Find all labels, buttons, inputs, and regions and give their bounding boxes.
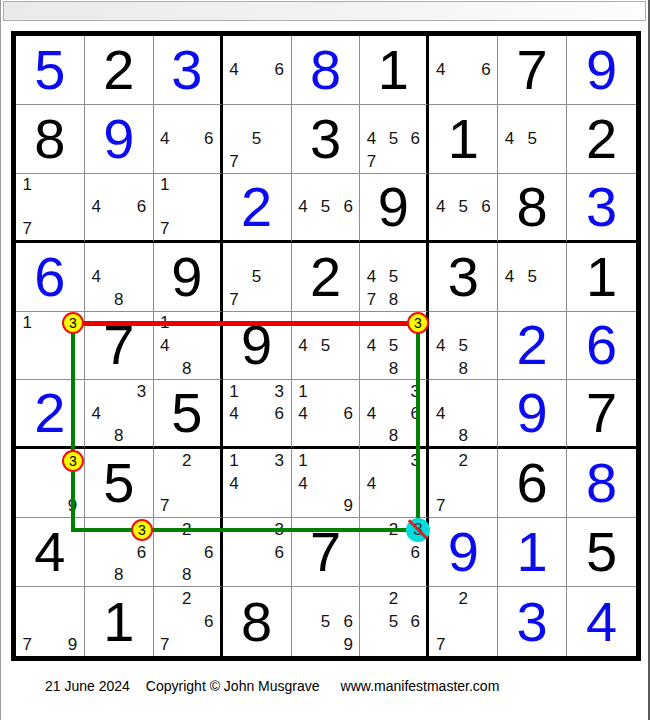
cell-r4c4[interactable]: 57 bbox=[223, 243, 292, 312]
candidate-4: 4 bbox=[429, 196, 452, 218]
candidate-8: 8 bbox=[108, 288, 131, 311]
candidate-6: 6 bbox=[404, 541, 426, 564]
candidate-6: 6 bbox=[268, 402, 291, 424]
cell-r3c6[interactable]: 9 bbox=[360, 174, 429, 243]
solved-digit: 6 bbox=[16, 243, 84, 311]
candidate-4: 4 bbox=[360, 472, 382, 495]
solved-digit: 8 bbox=[292, 36, 360, 104]
candidate-7: 7 bbox=[154, 633, 176, 656]
candidate-2: 2 bbox=[176, 518, 198, 541]
solved-digit: 9 bbox=[498, 380, 566, 446]
cell-r9c6[interactable]: 256 bbox=[360, 587, 429, 656]
cell-r6c7[interactable]: 48 bbox=[429, 380, 498, 449]
candidate-1: 1 bbox=[223, 449, 246, 472]
candidate-8: 8 bbox=[382, 357, 404, 380]
candidate-7: 7 bbox=[16, 633, 39, 656]
candidate-8: 8 bbox=[176, 357, 198, 380]
candidate-1: 1 bbox=[292, 380, 315, 402]
candidate-6: 6 bbox=[337, 402, 360, 424]
footer-date: 21 June 2024 bbox=[45, 678, 130, 694]
solved-digit: 9 bbox=[567, 36, 636, 104]
candidate-8: 8 bbox=[382, 288, 404, 311]
given-digit: 3 bbox=[292, 105, 360, 173]
cell-r4c1[interactable]: 6 bbox=[16, 243, 85, 312]
given-digit: 2 bbox=[292, 243, 360, 311]
cell-r4c3[interactable]: 9 bbox=[154, 243, 223, 312]
candidate-8: 8 bbox=[108, 563, 131, 586]
cell-r9c9[interactable]: 4 bbox=[567, 587, 636, 656]
candidate-6: 6 bbox=[404, 610, 426, 633]
candidate-7: 7 bbox=[223, 288, 246, 311]
cell-r6c6[interactable]: 3468 bbox=[360, 380, 429, 449]
candidate-4: 4 bbox=[360, 402, 382, 424]
candidate-6: 6 bbox=[404, 402, 426, 424]
given-digit: 7 bbox=[292, 518, 360, 586]
candidate-9: 9 bbox=[61, 495, 84, 518]
candidate-4: 4 bbox=[292, 402, 315, 424]
cell-r2c8[interactable]: 45 bbox=[498, 105, 567, 174]
cell-r1c9[interactable]: 9 bbox=[567, 36, 636, 105]
candidate-3: 3 bbox=[404, 380, 426, 402]
candidate-8: 8 bbox=[452, 424, 475, 446]
cell-r8c5[interactable]: 7 bbox=[292, 518, 361, 587]
cell-r8c3[interactable]: 268 bbox=[154, 518, 223, 587]
candidate-5: 5 bbox=[521, 128, 544, 151]
candidate-6: 6 bbox=[337, 196, 360, 218]
given-digit: 1 bbox=[85, 587, 153, 656]
given-digit: 5 bbox=[567, 518, 636, 586]
footer: 21 June 2024Copyright © John Musgravewww… bbox=[45, 678, 499, 694]
cell-r3c7[interactable]: 456 bbox=[429, 174, 498, 243]
candidate-9: 9 bbox=[61, 633, 84, 656]
window-top-bar bbox=[3, 1, 646, 21]
cell-r7c1[interactable]: 39 bbox=[16, 449, 85, 518]
cell-r5c8[interactable]: 2 bbox=[498, 312, 567, 381]
cell-r6c8[interactable]: 9 bbox=[498, 380, 567, 449]
solved-digit: 9 bbox=[429, 518, 497, 586]
candidate-2: 2 bbox=[382, 587, 404, 610]
cell-r3c1[interactable]: 17 bbox=[16, 174, 85, 243]
candidate-1: 1 bbox=[154, 174, 176, 196]
candidate-5: 5 bbox=[452, 196, 475, 218]
candidate-4: 4 bbox=[154, 334, 176, 357]
cell-r4c6[interactable]: 4578 bbox=[360, 243, 429, 312]
candidate-3: 3 bbox=[268, 380, 291, 402]
cell-r4c5[interactable]: 2 bbox=[292, 243, 361, 312]
candidate-5: 5 bbox=[382, 128, 404, 151]
given-digit: 9 bbox=[223, 312, 291, 380]
cell-r8c8[interactable]: 1 bbox=[498, 518, 567, 587]
cell-r2c9[interactable]: 2 bbox=[567, 105, 636, 174]
candidate-1: 1 bbox=[292, 449, 315, 472]
candidate-5: 5 bbox=[382, 334, 404, 357]
candidate-2: 2 bbox=[452, 587, 475, 610]
given-digit: 6 bbox=[498, 449, 566, 517]
cell-r8c2[interactable]: 368 bbox=[85, 518, 154, 587]
candidate-3: 3 bbox=[404, 518, 426, 541]
solved-digit: 2 bbox=[223, 174, 291, 240]
cell-r5c1[interactable]: 13 bbox=[16, 312, 85, 381]
cell-r3c9[interactable]: 3 bbox=[567, 174, 636, 243]
given-digit: 7 bbox=[567, 380, 636, 446]
cell-r2c5[interactable]: 3 bbox=[292, 105, 361, 174]
sudoku-app-window: 5234681467989465734567145217461724569456… bbox=[0, 0, 650, 720]
cell-r7c3[interactable]: 27 bbox=[154, 449, 223, 518]
candidate-3: 3 bbox=[130, 380, 153, 402]
cell-r3c2[interactable]: 46 bbox=[85, 174, 154, 243]
solved-digit: 4 bbox=[567, 587, 636, 656]
candidate-7: 7 bbox=[360, 150, 382, 173]
cell-r5c4[interactable]: 9 bbox=[223, 312, 292, 381]
candidate-7: 7 bbox=[360, 288, 382, 311]
given-digit: 2 bbox=[85, 36, 153, 104]
candidate-7: 7 bbox=[154, 218, 176, 240]
candidate-1: 1 bbox=[16, 174, 39, 196]
candidate-9: 9 bbox=[337, 495, 360, 518]
footer-copyright: Copyright © John Musgrave bbox=[146, 678, 320, 694]
candidate-6: 6 bbox=[475, 196, 498, 218]
solved-digit: 3 bbox=[498, 587, 566, 656]
candidate-4: 4 bbox=[292, 334, 315, 357]
cell-r2c3[interactable]: 46 bbox=[154, 105, 223, 174]
given-digit: 8 bbox=[223, 587, 291, 656]
cell-r4c2[interactable]: 48 bbox=[85, 243, 154, 312]
cell-r3c8[interactable]: 8 bbox=[498, 174, 567, 243]
cell-r2c7[interactable]: 1 bbox=[429, 105, 498, 174]
candidate-5: 5 bbox=[245, 265, 268, 288]
candidate-2: 2 bbox=[176, 587, 198, 610]
given-digit: 7 bbox=[498, 36, 566, 104]
candidate-3: 3 bbox=[404, 312, 426, 335]
candidate-2: 2 bbox=[382, 518, 404, 541]
cell-r6c9[interactable]: 7 bbox=[567, 380, 636, 449]
candidate-6: 6 bbox=[404, 128, 426, 151]
given-digit: 3 bbox=[429, 243, 497, 311]
candidate-4: 4 bbox=[360, 128, 382, 151]
candidate-6: 6 bbox=[268, 59, 291, 82]
given-digit: 1 bbox=[429, 105, 497, 173]
candidate-8: 8 bbox=[176, 563, 198, 586]
cell-r1c7[interactable]: 46 bbox=[429, 36, 498, 105]
solved-digit: 5 bbox=[16, 36, 84, 104]
candidate-4: 4 bbox=[223, 472, 246, 495]
candidate-4: 4 bbox=[292, 472, 315, 495]
candidate-8: 8 bbox=[452, 357, 475, 380]
candidate-7: 7 bbox=[16, 218, 39, 240]
candidate-7: 7 bbox=[429, 495, 452, 518]
candidate-8: 8 bbox=[382, 424, 404, 446]
candidate-4: 4 bbox=[429, 334, 452, 357]
given-digit: 9 bbox=[360, 174, 426, 240]
solved-digit: 8 bbox=[567, 449, 636, 517]
solved-digit: 3 bbox=[567, 174, 636, 240]
candidate-5: 5 bbox=[314, 610, 337, 633]
cell-r9c5[interactable]: 569 bbox=[292, 587, 361, 656]
given-digit: 9 bbox=[154, 243, 220, 311]
candidate-7: 7 bbox=[429, 633, 452, 656]
candidate-4: 4 bbox=[85, 265, 108, 288]
cell-r5c3[interactable]: 148 bbox=[154, 312, 223, 381]
footer-website: www.manifestmaster.com bbox=[341, 678, 500, 694]
cell-r8c6[interactable]: 236 bbox=[360, 518, 429, 587]
candidate-6: 6 bbox=[198, 128, 220, 151]
candidate-4: 4 bbox=[85, 196, 108, 218]
given-digit: 2 bbox=[567, 105, 636, 173]
solved-digit: 3 bbox=[154, 36, 220, 104]
cell-r1c1[interactable]: 5 bbox=[16, 36, 85, 105]
candidate-3: 3 bbox=[268, 518, 291, 541]
cell-r9c3[interactable]: 267 bbox=[154, 587, 223, 656]
cell-r8c9[interactable]: 5 bbox=[567, 518, 636, 587]
cell-r3c3[interactable]: 17 bbox=[154, 174, 223, 243]
candidate-4: 4 bbox=[223, 402, 246, 424]
candidate-7: 7 bbox=[154, 495, 176, 518]
cell-r5c5[interactable]: 45 bbox=[292, 312, 361, 381]
cell-r7c2[interactable]: 5 bbox=[85, 449, 154, 518]
given-digit: 1 bbox=[567, 243, 636, 311]
cell-r4c9[interactable]: 1 bbox=[567, 243, 636, 312]
candidate-5: 5 bbox=[521, 265, 544, 288]
cell-r9c2[interactable]: 1 bbox=[85, 587, 154, 656]
sudoku-board: 5234681467989465734567145217461724569456… bbox=[11, 31, 641, 661]
cell-r6c5[interactable]: 146 bbox=[292, 380, 361, 449]
cell-r4c8[interactable]: 45 bbox=[498, 243, 567, 312]
cell-r5c6[interactable]: 3458 bbox=[360, 312, 429, 381]
candidate-9: 9 bbox=[337, 633, 360, 656]
cell-r2c1[interactable]: 8 bbox=[16, 105, 85, 174]
candidate-4: 4 bbox=[429, 402, 452, 424]
candidate-5: 5 bbox=[452, 334, 475, 357]
cell-r8c7[interactable]: 9 bbox=[429, 518, 498, 587]
candidate-4: 4 bbox=[154, 128, 176, 151]
candidate-4: 4 bbox=[360, 265, 382, 288]
candidate-4: 4 bbox=[292, 196, 315, 218]
candidate-3: 3 bbox=[61, 449, 84, 472]
cell-r4c7[interactable]: 3 bbox=[429, 243, 498, 312]
candidate-6: 6 bbox=[130, 541, 153, 564]
candidate-5: 5 bbox=[314, 334, 337, 357]
cell-r5c7[interactable]: 458 bbox=[429, 312, 498, 381]
candidate-7: 7 bbox=[223, 150, 246, 173]
cell-r7c9[interactable]: 8 bbox=[567, 449, 636, 518]
candidate-4: 4 bbox=[360, 334, 382, 357]
given-digit: 7 bbox=[85, 312, 153, 380]
cell-r1c8[interactable]: 7 bbox=[498, 36, 567, 105]
solved-digit: 2 bbox=[16, 380, 84, 446]
cell-r9c1[interactable]: 79 bbox=[16, 587, 85, 656]
cell-r7c8[interactable]: 6 bbox=[498, 449, 567, 518]
candidate-5: 5 bbox=[382, 265, 404, 288]
cell-r2c6[interactable]: 4567 bbox=[360, 105, 429, 174]
cell-r7c5[interactable]: 149 bbox=[292, 449, 361, 518]
cell-r2c2[interactable]: 9 bbox=[85, 105, 154, 174]
candidate-8: 8 bbox=[108, 424, 131, 446]
candidate-1: 1 bbox=[16, 312, 39, 335]
solved-digit: 9 bbox=[85, 105, 153, 173]
candidate-3: 3 bbox=[268, 449, 291, 472]
given-digit: 8 bbox=[498, 174, 566, 240]
candidate-6: 6 bbox=[268, 541, 291, 564]
solved-digit: 1 bbox=[498, 518, 566, 586]
cell-r5c9[interactable]: 6 bbox=[567, 312, 636, 381]
candidate-4: 4 bbox=[223, 59, 246, 82]
cell-r7c4[interactable]: 134 bbox=[223, 449, 292, 518]
candidate-5: 5 bbox=[382, 610, 404, 633]
cell-r6c2[interactable]: 348 bbox=[85, 380, 154, 449]
candidate-4: 4 bbox=[498, 265, 521, 288]
given-digit: 5 bbox=[154, 380, 220, 446]
given-digit: 4 bbox=[16, 518, 84, 586]
cell-r1c4[interactable]: 46 bbox=[223, 36, 292, 105]
cell-r6c3[interactable]: 5 bbox=[154, 380, 223, 449]
cell-r6c4[interactable]: 1346 bbox=[223, 380, 292, 449]
cell-r1c5[interactable]: 8 bbox=[292, 36, 361, 105]
solved-digit: 2 bbox=[498, 312, 566, 380]
candidate-6: 6 bbox=[198, 610, 220, 633]
candidate-6: 6 bbox=[337, 610, 360, 633]
candidate-1: 1 bbox=[154, 312, 176, 335]
candidate-3: 3 bbox=[61, 312, 84, 335]
cell-r7c6[interactable]: 34 bbox=[360, 449, 429, 518]
cell-r7c7[interactable]: 27 bbox=[429, 449, 498, 518]
given-digit: 1 bbox=[360, 36, 426, 104]
cell-r1c3[interactable]: 3 bbox=[154, 36, 223, 105]
candidate-2: 2 bbox=[176, 449, 198, 472]
solved-digit: 6 bbox=[567, 312, 636, 380]
cell-r9c8[interactable]: 3 bbox=[498, 587, 567, 656]
cell-r1c2[interactable]: 2 bbox=[85, 36, 154, 105]
given-digit: 8 bbox=[16, 105, 84, 173]
candidate-6: 6 bbox=[475, 59, 498, 82]
cell-r9c4[interactable]: 8 bbox=[223, 587, 292, 656]
cell-r3c4[interactable]: 2 bbox=[223, 174, 292, 243]
candidate-4: 4 bbox=[498, 128, 521, 151]
candidate-4: 4 bbox=[429, 59, 452, 82]
cell-r1c6[interactable]: 1 bbox=[360, 36, 429, 105]
given-digit: 5 bbox=[85, 449, 153, 517]
cell-r8c1[interactable]: 4 bbox=[16, 518, 85, 587]
cell-r2c4[interactable]: 57 bbox=[223, 105, 292, 174]
candidate-3: 3 bbox=[130, 518, 153, 541]
cell-r6c1[interactable]: 2 bbox=[16, 380, 85, 449]
cell-r9c7[interactable]: 27 bbox=[429, 587, 498, 656]
cell-r8c4[interactable]: 36 bbox=[223, 518, 292, 587]
candidate-4: 4 bbox=[85, 402, 108, 424]
candidate-2: 2 bbox=[452, 449, 475, 472]
candidate-5: 5 bbox=[314, 196, 337, 218]
candidate-6: 6 bbox=[198, 541, 220, 564]
candidate-3: 3 bbox=[404, 449, 426, 472]
candidate-6: 6 bbox=[130, 196, 153, 218]
cell-r3c5[interactable]: 456 bbox=[292, 174, 361, 243]
candidate-5: 5 bbox=[245, 128, 268, 151]
candidate-1: 1 bbox=[223, 380, 246, 402]
cell-r5c2[interactable]: 7 bbox=[85, 312, 154, 381]
